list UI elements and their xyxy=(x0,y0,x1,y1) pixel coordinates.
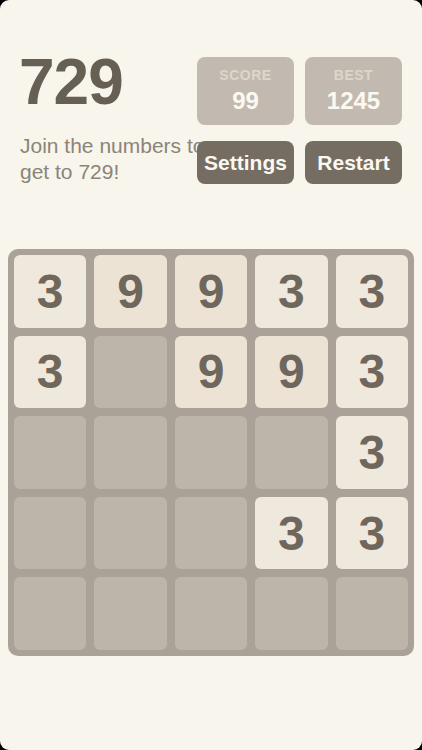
empty-cell xyxy=(336,577,408,650)
best-box: BEST 1245 xyxy=(305,57,402,125)
empty-cell xyxy=(94,497,166,570)
best-value: 1245 xyxy=(305,87,402,115)
empty-cell xyxy=(255,577,327,650)
tile-3: 3 xyxy=(14,255,86,328)
empty-cell xyxy=(175,577,247,650)
best-label: BEST xyxy=(305,67,402,83)
empty-cell xyxy=(94,416,166,489)
empty-cell xyxy=(175,416,247,489)
empty-cell xyxy=(14,416,86,489)
empty-cell xyxy=(94,577,166,650)
tile-3: 3 xyxy=(255,255,327,328)
score-value: 99 xyxy=(197,87,294,115)
app-screen: 729 Join the numbers to get to 729! SCOR… xyxy=(0,0,422,750)
tile-9: 9 xyxy=(255,336,327,409)
board[interactable]: 399333993333 xyxy=(8,249,414,656)
tile-3: 3 xyxy=(336,497,408,570)
tile-3: 3 xyxy=(336,416,408,489)
tile-3: 3 xyxy=(14,336,86,409)
empty-cell xyxy=(175,497,247,570)
empty-cell xyxy=(255,416,327,489)
tile-9: 9 xyxy=(94,255,166,328)
empty-cell xyxy=(94,336,166,409)
tile-9: 9 xyxy=(175,336,247,409)
game-subtitle: Join the numbers to get to 729! xyxy=(20,133,215,185)
tile-3: 3 xyxy=(255,497,327,570)
tile-3: 3 xyxy=(336,336,408,409)
empty-cell xyxy=(14,577,86,650)
empty-cell xyxy=(14,497,86,570)
tile-3: 3 xyxy=(336,255,408,328)
game-title: 729 xyxy=(19,50,123,114)
score-box: SCORE 99 xyxy=(197,57,294,125)
tile-9: 9 xyxy=(175,255,247,328)
restart-button[interactable]: Restart xyxy=(305,141,402,184)
score-label: SCORE xyxy=(197,67,294,83)
settings-button[interactable]: Settings xyxy=(197,141,294,184)
